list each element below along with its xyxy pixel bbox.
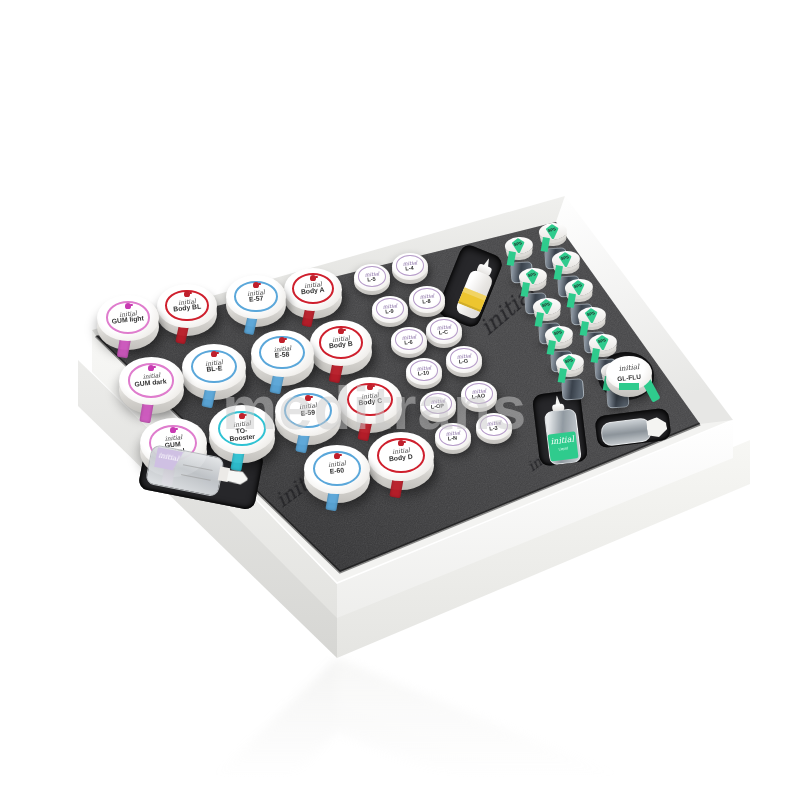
jar-lid: initialE-60 (304, 445, 370, 494)
powder-jar: initialBody D (368, 432, 434, 490)
jar-lid: initialL-G (446, 346, 482, 373)
jar-lid: initialL-N (435, 423, 471, 450)
brand-logo-icon (170, 427, 176, 433)
jar-lid: initialL-9 (372, 296, 408, 323)
jar-lid: initialBody B (310, 320, 372, 366)
lustre-paste-jar: initialL-C (426, 317, 462, 348)
lustre-paste-jar: initialL-8 (409, 286, 445, 317)
brand-logo-icon (334, 453, 340, 459)
lustre-paste-jar: initialL-3 (476, 413, 512, 444)
powder-jar: initialE-60 (304, 445, 370, 503)
powder-jar: initialBody B (310, 320, 372, 375)
lustre-paste-jar: initialL-OP (420, 391, 456, 422)
brand-script: initial (158, 451, 180, 463)
lustre-paste-jar: initialL-G (446, 346, 482, 377)
jar-lid: initialBody BL (157, 284, 217, 328)
lustre-paste-jar: initialL-4 (392, 253, 428, 284)
jar-lid: initialBody A (284, 268, 342, 311)
jar-lid: initialL-5 (354, 264, 390, 291)
brand-logo-icon (305, 395, 311, 401)
jar-lid: initialGUM dark (119, 357, 184, 405)
powder-jar: initialE-58 (251, 330, 314, 386)
vial-cap (646, 416, 668, 438)
brand-logo-icon (338, 328, 344, 334)
jar-lid: initialE-58 (251, 330, 314, 377)
product-photo-dental-ceramic-kit: initial initial initial SPSSPSSPSinitial… (0, 0, 800, 800)
brand-logo-icon (184, 291, 190, 297)
jar-lid: initialL-6 (391, 327, 427, 354)
lustre-paste-jar: initialL-10 (406, 358, 442, 389)
jar-lid: initialL-4 (392, 253, 428, 280)
powder-jar: initialE-57 (226, 275, 286, 327)
lustre-paste-jar: initialL-9 (372, 296, 408, 327)
jar-lid: initialTO-Booster (209, 405, 275, 454)
label-text: Liquid (549, 445, 577, 452)
powder-jar: initialE-59 (275, 387, 341, 445)
box-reflection (78, 658, 750, 800)
jar-lid: initialL-OP (420, 391, 456, 418)
powder-jar: initialBody A (284, 268, 342, 319)
jar-lid: initialL-8 (409, 286, 445, 313)
brand-logo-icon (211, 351, 217, 357)
jar-lid: initialL-C (426, 317, 462, 344)
lustre-paste-jar: initialL-N (435, 423, 471, 454)
brand-logo-icon (239, 413, 245, 419)
powder-jar: initialGUM light (97, 295, 159, 350)
brand-logo-icon (253, 282, 259, 288)
powder-jar: initialBL-E (182, 344, 246, 400)
powder-jar: initialGUM dark (119, 357, 184, 414)
jar-lid: initialL-3 (476, 413, 512, 440)
jar-lid: initialL-AO (461, 381, 497, 408)
brand-logo-icon (279, 337, 285, 343)
dropper-tip (227, 469, 249, 486)
lustre-paste-jar: initialL-AO (461, 381, 497, 412)
jar-lid: initialE-57 (226, 275, 286, 319)
jar-lid: initialL-10 (406, 358, 442, 385)
powder-jar: initialBody BL (157, 284, 217, 336)
jar-lid: initialBL-E (182, 344, 246, 391)
glaze-jar: initial GL-FLU (606, 356, 652, 398)
lustre-paste-jar: initialL-6 (391, 327, 427, 358)
brand-logo-icon (148, 365, 154, 371)
green-label: initial Liquid (547, 431, 578, 461)
jar-lid: initialBody D (368, 432, 434, 481)
brand-logo-icon (398, 440, 404, 446)
brand-logo-icon (125, 303, 131, 309)
jar-lid: initialGUM light (97, 295, 159, 341)
brand-logo-icon (367, 384, 373, 390)
jar-lid: initialBody C (338, 377, 402, 424)
jar-lid: initialE-59 (275, 387, 341, 436)
glaze-green-band (619, 383, 639, 390)
lustre-paste-jar: initialL-5 (354, 264, 390, 295)
powder-jar: initialBody C (338, 377, 402, 433)
